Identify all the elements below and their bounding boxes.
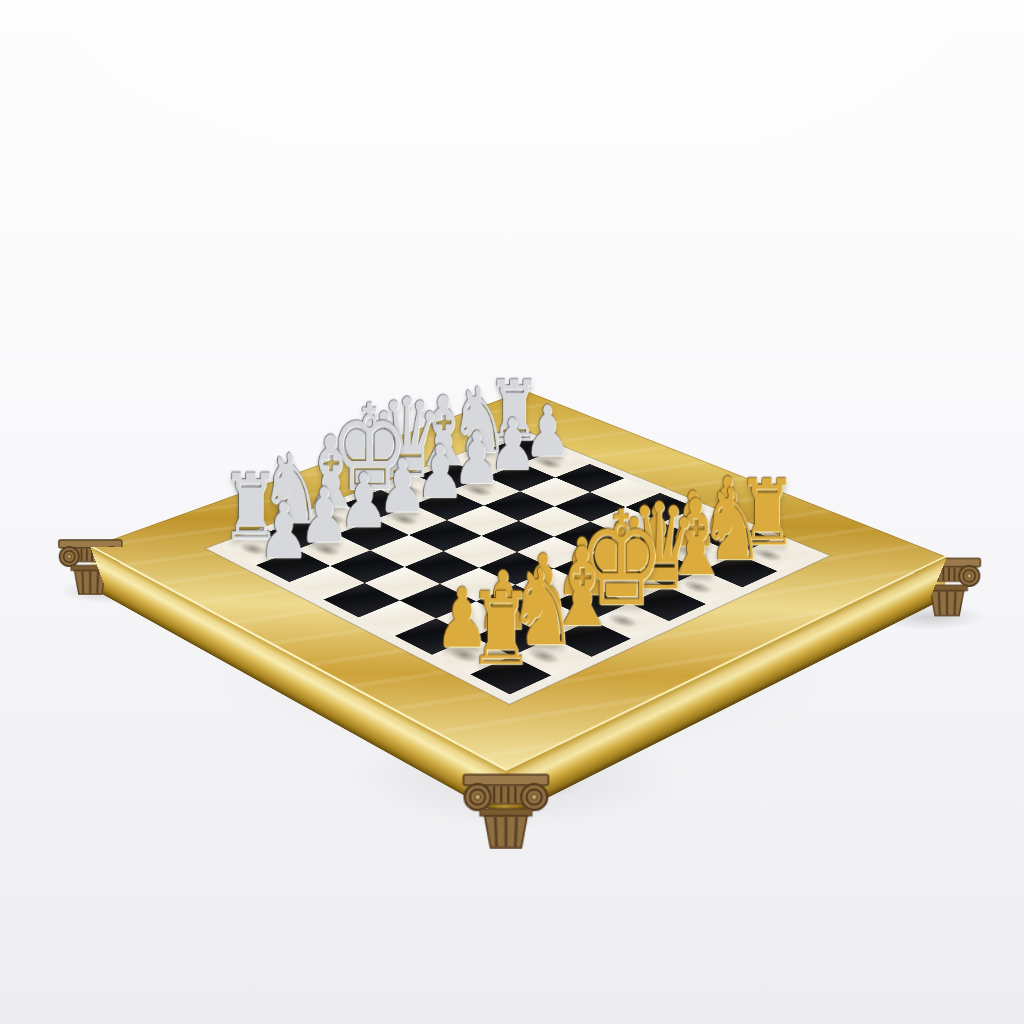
chess-board: ♜♟♟♜♞♟♟♞♝♟♟♝♛♟♟♛♚♟♟♚♝♟♟♝♞♟♟♞♜♟♟♜ — [90, 391, 947, 772]
column-capital-foot-south — [461, 773, 551, 848]
black-rook-h8[interactable]: ♜ — [448, 579, 554, 679]
perspective-stage: ♜♟♟♜♞♟♟♞♝♟♟♝♛♟♟♛♚♟♟♚♝♟♟♝♞♟♟♞♜♟♟♜ — [0, 0, 1024, 1024]
chess-set-photo: ♜♟♟♜♞♟♟♞♝♟♟♝♛♟♟♛♚♟♟♚♝♟♟♝♞♟♟♞♜♟♟♜ — [0, 0, 1024, 1024]
white-pawn-h2[interactable]: ♟ — [235, 493, 332, 570]
ionic-capital-icon — [461, 773, 551, 848]
